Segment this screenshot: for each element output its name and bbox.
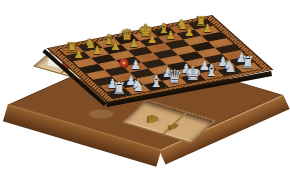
chess-piece-silver-rook: ♜ xyxy=(112,81,127,97)
chess-piece-silver-bishop: ♝ xyxy=(204,62,219,78)
chess-piece-gold-pawn: ♟ xyxy=(110,41,120,52)
chess-piece-gold-pawn: ♟ xyxy=(184,27,194,38)
chess-piece-gold-pawn: ♟ xyxy=(74,49,84,60)
stored-gold-knight-icon: ♞ xyxy=(144,112,161,128)
chess-piece-silver-king: ♚ xyxy=(184,63,202,83)
chess-piece-gold-pawn: ♟ xyxy=(92,45,102,56)
chess-piece-silver-knight: ♞ xyxy=(222,59,237,75)
chess-set-photo: ♞ ♝ ♜♞♝♛♚♝♞♜♟♟♟♟♟♟♟♟♟♟♟♟♟♟♟♟♜♞♝♛♚♝♞♜ xyxy=(0,0,290,174)
chess-piece-gold-pawn: ♟ xyxy=(166,30,176,41)
red-medallion xyxy=(120,58,129,67)
chess-piece-silver-knight: ♞ xyxy=(130,77,145,93)
chess-piece-gold-pawn: ♟ xyxy=(202,23,212,34)
chess-piece-silver-bishop: ♝ xyxy=(149,73,164,89)
chess-piece-silver-pawn: ♟ xyxy=(130,59,141,71)
chess-piece-gold-pawn: ♟ xyxy=(129,38,139,49)
chess-piece-gold-pawn: ♟ xyxy=(147,34,157,45)
chess-piece-silver-rook: ♜ xyxy=(241,55,256,71)
chess-piece-silver-queen: ♛ xyxy=(166,68,183,87)
